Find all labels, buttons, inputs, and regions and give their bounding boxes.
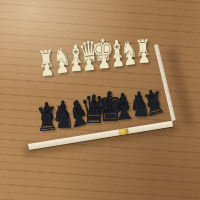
product-photo: aa88bb77cc66dd55ee44ff33gg22hh11 ♜♞♝♛♚♝♞…: [0, 0, 200, 200]
white-pawn: ♟: [97, 53, 111, 72]
pieces-layer: ♜♞♝♛♚♝♞♜♟♟♟♟♟♟♟♟♟♟♟♟♟♟♟♟♜♞♝♛♚♝♞♜: [0, 0, 200, 200]
black-rook: ♜: [140, 87, 167, 122]
white-pawn: ♟: [137, 48, 151, 67]
white-pawn: ♟: [82, 54, 97, 74]
white-pawn: ♟: [123, 49, 138, 69]
white-pawn: ♟: [39, 59, 54, 79]
white-pawn: ♟: [54, 57, 70, 78]
